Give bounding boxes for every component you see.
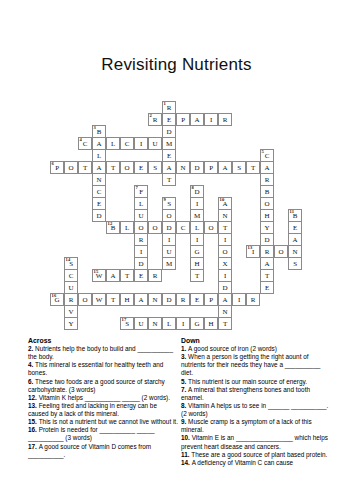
grid-cell: U [64, 281, 78, 294]
clue-number: 15. [28, 418, 39, 425]
clue-text: This nutrient is our main source of ener… [188, 378, 307, 385]
cell-letter: L [135, 201, 147, 208]
down-clue: 5. This nutrient is our main source of e… [181, 378, 334, 386]
grid-cell: I [232, 293, 246, 306]
cell-letter: I [219, 273, 231, 280]
down-clue: 3. When a person is getting the right ao… [181, 353, 334, 377]
cell-letter: I [191, 237, 203, 244]
cell-letter: R [177, 297, 189, 304]
cell-letter: T [261, 273, 273, 280]
grid-cell: A [218, 161, 232, 174]
page-title: Revisiting Nutrients [0, 55, 353, 75]
grid-cell: S [232, 161, 246, 174]
grid-cell: T [106, 161, 120, 174]
cell-letter: U [149, 141, 161, 148]
grid-cell: P [176, 113, 190, 126]
cell-letter: I [205, 117, 217, 124]
grid-cell: 1R [162, 101, 176, 114]
down-clue: 10. Vitamin E is an ________________ whi… [181, 434, 334, 450]
grid-cell: E [162, 149, 176, 162]
grid-cell: O [120, 161, 134, 174]
cell-letter: V [65, 309, 77, 316]
grid-cell: T [120, 269, 134, 282]
grid-cell: D [218, 281, 232, 294]
grid-cell: T [78, 161, 92, 174]
cell-letter: N [149, 297, 161, 304]
cell-letter: O [135, 225, 147, 232]
cell-letter: S [233, 165, 245, 172]
cell-letter: U [65, 285, 77, 292]
across-clue: 4. This mineral is essential for healthy… [28, 361, 178, 377]
cell-letter: I [247, 249, 259, 256]
cell-letter: B [261, 189, 273, 196]
cell-letter: D [135, 261, 147, 268]
grid-cell: N [148, 293, 162, 306]
grid-cell: H [120, 293, 134, 306]
cell-letter: L [163, 321, 175, 328]
cell-letter: R [149, 273, 161, 280]
cell-letter: T [107, 297, 119, 304]
cell-letter: T [121, 273, 133, 280]
cell-letter: U [163, 249, 175, 256]
cell-letter: E [261, 285, 273, 292]
cell-letter: N [149, 321, 161, 328]
cell-letter: O [219, 249, 231, 256]
cell-letter: T [79, 165, 91, 172]
grid-cell: L [134, 197, 148, 210]
grid-cell: V [64, 305, 78, 318]
across-clue: 6. These two foods are a good source of … [28, 378, 178, 394]
cell-letter: M [163, 141, 175, 148]
down-clue: 11. These are a good source of plant bas… [181, 451, 334, 459]
grid-cell: 4C [78, 137, 92, 150]
cell-letter: P [205, 165, 217, 172]
across-clues-column: Across 2. Nutrients help the body to bui… [28, 337, 178, 459]
cell-letter: G [51, 297, 63, 304]
cell-letter: A [289, 237, 301, 244]
across-clue: 12. Vitamin K helps __________ _____ (2 … [28, 394, 178, 402]
across-clue-list: 2. Nutrients help the body to build and … [28, 345, 178, 459]
cell-letter: D [163, 129, 175, 136]
grid-cell: C [64, 269, 78, 282]
grid-cell: 10A [218, 197, 232, 210]
cell-letter: O [205, 225, 217, 232]
cell-letter: T [219, 321, 231, 328]
grid-cell: R [176, 293, 190, 306]
cell-letter: R [247, 297, 259, 304]
clue-text: These two foods are a good source of sta… [28, 378, 165, 393]
cell-letter: O [121, 165, 133, 172]
grid-cell: D [134, 257, 148, 270]
down-clue: 8. Vitamin A helps us to see in ______ _… [181, 402, 334, 418]
grid-cell: N [218, 209, 232, 222]
clue-text: Nutrients help the body to build and ___… [28, 345, 173, 360]
cell-letter: O [275, 249, 287, 256]
cell-letter: R [65, 297, 77, 304]
grid-cell: H [260, 209, 274, 222]
cell-letter: A [93, 141, 105, 148]
grid-cell: D [162, 293, 176, 306]
cell-letter: P [205, 297, 217, 304]
cell-letter: L [121, 225, 133, 232]
cell-letter: A [261, 261, 273, 268]
cell-letter: C [65, 273, 77, 280]
grid-cell: M [190, 209, 204, 222]
cell-letter: S [289, 261, 301, 268]
grid-cell: O [274, 245, 288, 258]
grid-cell: O [218, 245, 232, 258]
cell-letter: L [107, 141, 119, 148]
cell-letter: S [163, 201, 175, 208]
cell-letter: N [177, 165, 189, 172]
grid-cell: L [190, 221, 204, 234]
grid-cell: I [134, 245, 148, 258]
cell-letter: D [191, 189, 203, 196]
grid-cell: R [134, 233, 148, 246]
cell-letter: R [163, 105, 175, 112]
cell-letter: D [163, 297, 175, 304]
grid-cell: O [162, 209, 176, 222]
clue-text: A deficiency of Vitamin C can cause [192, 459, 293, 466]
cell-letter: H [261, 213, 273, 220]
cell-letter: B [93, 129, 105, 136]
grid-cell: G [190, 245, 204, 258]
grid-cell: T [162, 173, 176, 186]
cell-letter: R [219, 117, 231, 124]
clue-text: These are a good source of plant based p… [191, 451, 327, 458]
grid-cell: I [218, 233, 232, 246]
grid-cell: T [218, 317, 232, 330]
grid-cell: T [190, 269, 204, 282]
cell-letter: U [135, 321, 147, 328]
clue-text: This is not a nutrient but we cannot liv… [39, 418, 178, 425]
cell-letter: H [205, 321, 217, 328]
cell-letter: A [135, 297, 147, 304]
grid-cell: 5C [260, 149, 274, 162]
grid-cell: 11B [288, 209, 302, 222]
clue-text: A good source of Vitamin D comes from __… [28, 443, 151, 458]
grid-cell: U [134, 317, 148, 330]
cell-letter: N [93, 177, 105, 184]
cell-letter: T [163, 177, 175, 184]
cell-letter: P [51, 165, 63, 172]
across-clue: 15. This is not a nutrient but we cannot… [28, 418, 178, 426]
clue-text: Vitamin K helps __________ _____ (2 word… [39, 394, 170, 401]
grid-cell: R [260, 173, 274, 186]
cell-letter: I [177, 321, 189, 328]
grid-cell: N [92, 173, 106, 186]
grid-cell: B [260, 185, 274, 198]
cell-letter: D [219, 285, 231, 292]
across-header: Across [28, 337, 178, 344]
down-clues-column: Down 1. A good source of iron (2 words)3… [181, 337, 334, 467]
grid-cell: C [92, 185, 106, 198]
grid-cell: N [176, 161, 190, 174]
cell-letter: D [261, 237, 273, 244]
cell-letter: A [163, 165, 175, 172]
grid-cell: 13I [246, 245, 260, 258]
grid-cell: E [260, 281, 274, 294]
cell-letter: N [219, 213, 231, 220]
cell-letter: W [93, 297, 105, 304]
grid-cell: O [148, 221, 162, 234]
cell-letter: A [219, 165, 231, 172]
clue-text: Muscle cramp is a symptom of a lack of t… [181, 418, 312, 433]
clue-number: 11. [181, 451, 191, 458]
grid-cell: M [162, 137, 176, 150]
down-clue: 14. A deficiency of Vitamin C can cause [181, 459, 334, 467]
cell-letter: I [191, 201, 203, 208]
grid-cell: P [204, 161, 218, 174]
cell-letter: D [191, 165, 203, 172]
grid-cell: D [162, 221, 176, 234]
cell-letter: N [289, 249, 301, 256]
grid-cell: A [190, 113, 204, 126]
grid-cell: I [190, 197, 204, 210]
cell-letter: D [163, 225, 175, 232]
grid-cell: 15W [92, 269, 106, 282]
grid-cell: D [260, 233, 274, 246]
grid-cell: 2R [148, 113, 162, 126]
grid-cell: A [92, 137, 106, 150]
grid-cell: I [134, 137, 148, 150]
grid-cell: I [162, 233, 176, 246]
down-clue: 1. A good source of iron (2 words) [181, 345, 334, 353]
cell-letter: R [261, 177, 273, 184]
grid-cell: D [190, 161, 204, 174]
grid-cell: A [260, 257, 274, 270]
clue-number: 14. [181, 459, 192, 466]
cell-letter: T [191, 273, 203, 280]
cell-letter: S [149, 165, 161, 172]
cell-letter: A [261, 165, 273, 172]
cell-letter: Y [65, 321, 77, 328]
cell-letter: R [135, 237, 147, 244]
cell-letter: E [191, 297, 203, 304]
cell-letter: X [219, 261, 231, 268]
across-clue: 16. Protein is needed for __________ ___… [28, 426, 178, 442]
cell-letter: A [191, 117, 203, 124]
cell-letter: E [163, 153, 175, 160]
clue-text: Vitamin E is an ________________ which h… [181, 434, 328, 449]
cell-letter: N [219, 309, 231, 316]
grid-cell: U [134, 209, 148, 222]
grid-cell: 12B [106, 221, 120, 234]
across-clue: 17. A good source of Vitamin D comes fro… [28, 443, 178, 459]
grid-cell: E [162, 113, 176, 126]
cell-letter: A [219, 201, 231, 208]
grid-cell: T [246, 161, 260, 174]
grid-cell: O [78, 293, 92, 306]
grid-cell: 14S [64, 257, 78, 270]
grid-cell: A [92, 161, 106, 174]
grid-cell: 9S [162, 197, 176, 210]
cell-letter: C [261, 153, 273, 160]
cell-letter: W [93, 273, 105, 280]
grid-cell: T [106, 293, 120, 306]
cell-letter: B [107, 225, 119, 232]
grid-cell: I [190, 233, 204, 246]
grid-cell: R [148, 269, 162, 282]
cell-letter: G [191, 249, 203, 256]
grid-cell: H [204, 317, 218, 330]
cell-letter: T [219, 225, 231, 232]
grid-cell: N [288, 245, 302, 258]
cell-letter: O [163, 213, 175, 220]
cell-letter: A [93, 165, 105, 172]
cell-letter: C [121, 141, 133, 148]
grid-cell: A [218, 293, 232, 306]
cell-letter: E [135, 273, 147, 280]
grid-cell: R [246, 293, 260, 306]
grid-cell: R [218, 113, 232, 126]
grid-cell: O [134, 221, 148, 234]
cell-letter: F [135, 189, 147, 196]
grid-cell: P [204, 293, 218, 306]
cell-letter: C [177, 225, 189, 232]
cell-letter: R [149, 117, 161, 124]
grid-cell: E [134, 269, 148, 282]
cell-letter: O [261, 201, 273, 208]
cell-letter: E [163, 117, 175, 124]
cell-letter: G [191, 321, 203, 328]
clue-text: Feeling tired and lacking in energy can … [28, 402, 157, 417]
cell-letter: O [79, 297, 91, 304]
grid-cell: U [148, 137, 162, 150]
cell-letter: A [107, 273, 119, 280]
cell-letter: O [65, 165, 77, 172]
grid-cell: H [190, 257, 204, 270]
clue-text: A mineral that strengthens bones and too… [181, 386, 310, 401]
grid-cell: N [218, 305, 232, 318]
grid-cell: R [260, 245, 274, 258]
cell-letter: T [107, 165, 119, 172]
grid-cell: O [64, 161, 78, 174]
grid-cell: 8D [190, 185, 204, 198]
grid-cell: E [134, 161, 148, 174]
down-clue: 7. A mineral that strengthens bones and … [181, 386, 334, 402]
down-clue-list: 1. A good source of iron (2 words)3. Whe… [181, 345, 334, 467]
grid-cell: T [218, 221, 232, 234]
grid-cell: 6P [50, 161, 64, 174]
cell-letter: H [121, 297, 133, 304]
cell-letter: C [93, 189, 105, 196]
cell-letter: M [163, 261, 175, 268]
cell-letter: S [121, 321, 133, 328]
grid-cell: S [148, 161, 162, 174]
clue-number: 16. [28, 426, 39, 433]
clue-number: 17. [28, 443, 39, 450]
grid-cell: 16G [50, 293, 64, 306]
cell-letter: H [191, 261, 203, 268]
across-clue: 2. Nutrients help the body to build and … [28, 345, 178, 361]
clue-text: When a person is getting the right aount… [181, 353, 320, 376]
grid-cell: X [218, 257, 232, 270]
cell-letter: E [289, 225, 301, 232]
grid-cell: Y [260, 221, 274, 234]
cell-letter: O [149, 225, 161, 232]
grid-cell: L [106, 137, 120, 150]
cell-letter: I [135, 141, 147, 148]
grid-cell: E [288, 221, 302, 234]
grid-cell: A [288, 233, 302, 246]
cell-letter: I [135, 249, 147, 256]
clue-text: Protein is needed for __________ _____ _… [28, 426, 155, 441]
grid-cell: O [260, 197, 274, 210]
down-clue: 9. Muscle cramp is a symptom of a lack o… [181, 418, 334, 434]
across-clue: 13. Feeling tired and lacking in energy … [28, 402, 178, 418]
cell-letter: I [233, 297, 245, 304]
grid-cell: 17S [120, 317, 134, 330]
grid-cell: L [92, 149, 106, 162]
grid-cell: G [190, 317, 204, 330]
clue-text: A good source of iron (2 words) [188, 345, 277, 352]
grid-cell: L [162, 317, 176, 330]
grid-cell: L [120, 221, 134, 234]
clue-text: Vitamin A helps us to see in ______ ____… [181, 402, 328, 417]
cell-letter: I [219, 237, 231, 244]
grid-cell: M [162, 257, 176, 270]
clue-number: 13. [28, 402, 39, 409]
cell-letter: E [135, 165, 147, 172]
cell-letter: D [93, 213, 105, 220]
grid-cell: D [162, 125, 176, 138]
grid-cell: S [288, 257, 302, 270]
cell-letter: L [191, 225, 203, 232]
grid-cell: I [176, 317, 190, 330]
grid-cell: W [92, 293, 106, 306]
grid-cell: A [260, 161, 274, 174]
grid-cell: O [204, 221, 218, 234]
grid-cell: I [204, 113, 218, 126]
cell-letter: A [219, 297, 231, 304]
cell-letter: U [135, 213, 147, 220]
clue-number: 10. [181, 434, 192, 441]
cell-letter: M [191, 213, 203, 220]
grid-cell: E [190, 293, 204, 306]
cell-letter: T [247, 165, 259, 172]
cell-letter: C [79, 141, 91, 148]
cell-letter: R [261, 249, 273, 256]
crossword-grid: 1R2REPAIR3BD4CALCIUMLE5C6POTATOESANDPAST… [50, 101, 302, 329]
clue-text: This mineral is essential for healthy te… [28, 361, 163, 376]
cell-letter: S [65, 261, 77, 268]
grid-cell: A [162, 161, 176, 174]
cell-letter: I [163, 237, 175, 244]
down-header: Down [181, 337, 334, 344]
grid-cell: I [218, 269, 232, 282]
grid-cell: Y [64, 317, 78, 330]
cell-letter: Y [261, 225, 273, 232]
grid-cell: A [106, 269, 120, 282]
cell-letter: E [93, 201, 105, 208]
grid-cell: C [176, 221, 190, 234]
grid-cell: 7F [134, 185, 148, 198]
grid-cell: U [162, 245, 176, 258]
grid-cell: E [92, 197, 106, 210]
cell-letter: P [177, 117, 189, 124]
grid-cell: N [148, 317, 162, 330]
clue-number: 12. [28, 394, 39, 401]
grid-cell: C [120, 137, 134, 150]
grid-cell: T [260, 269, 274, 282]
grid-cell: D [92, 209, 106, 222]
cell-letter: B [289, 213, 301, 220]
grid-cell: 3B [92, 125, 106, 138]
cell-letter: L [93, 153, 105, 160]
grid-cell: R [64, 293, 78, 306]
grid-cell: A [134, 293, 148, 306]
